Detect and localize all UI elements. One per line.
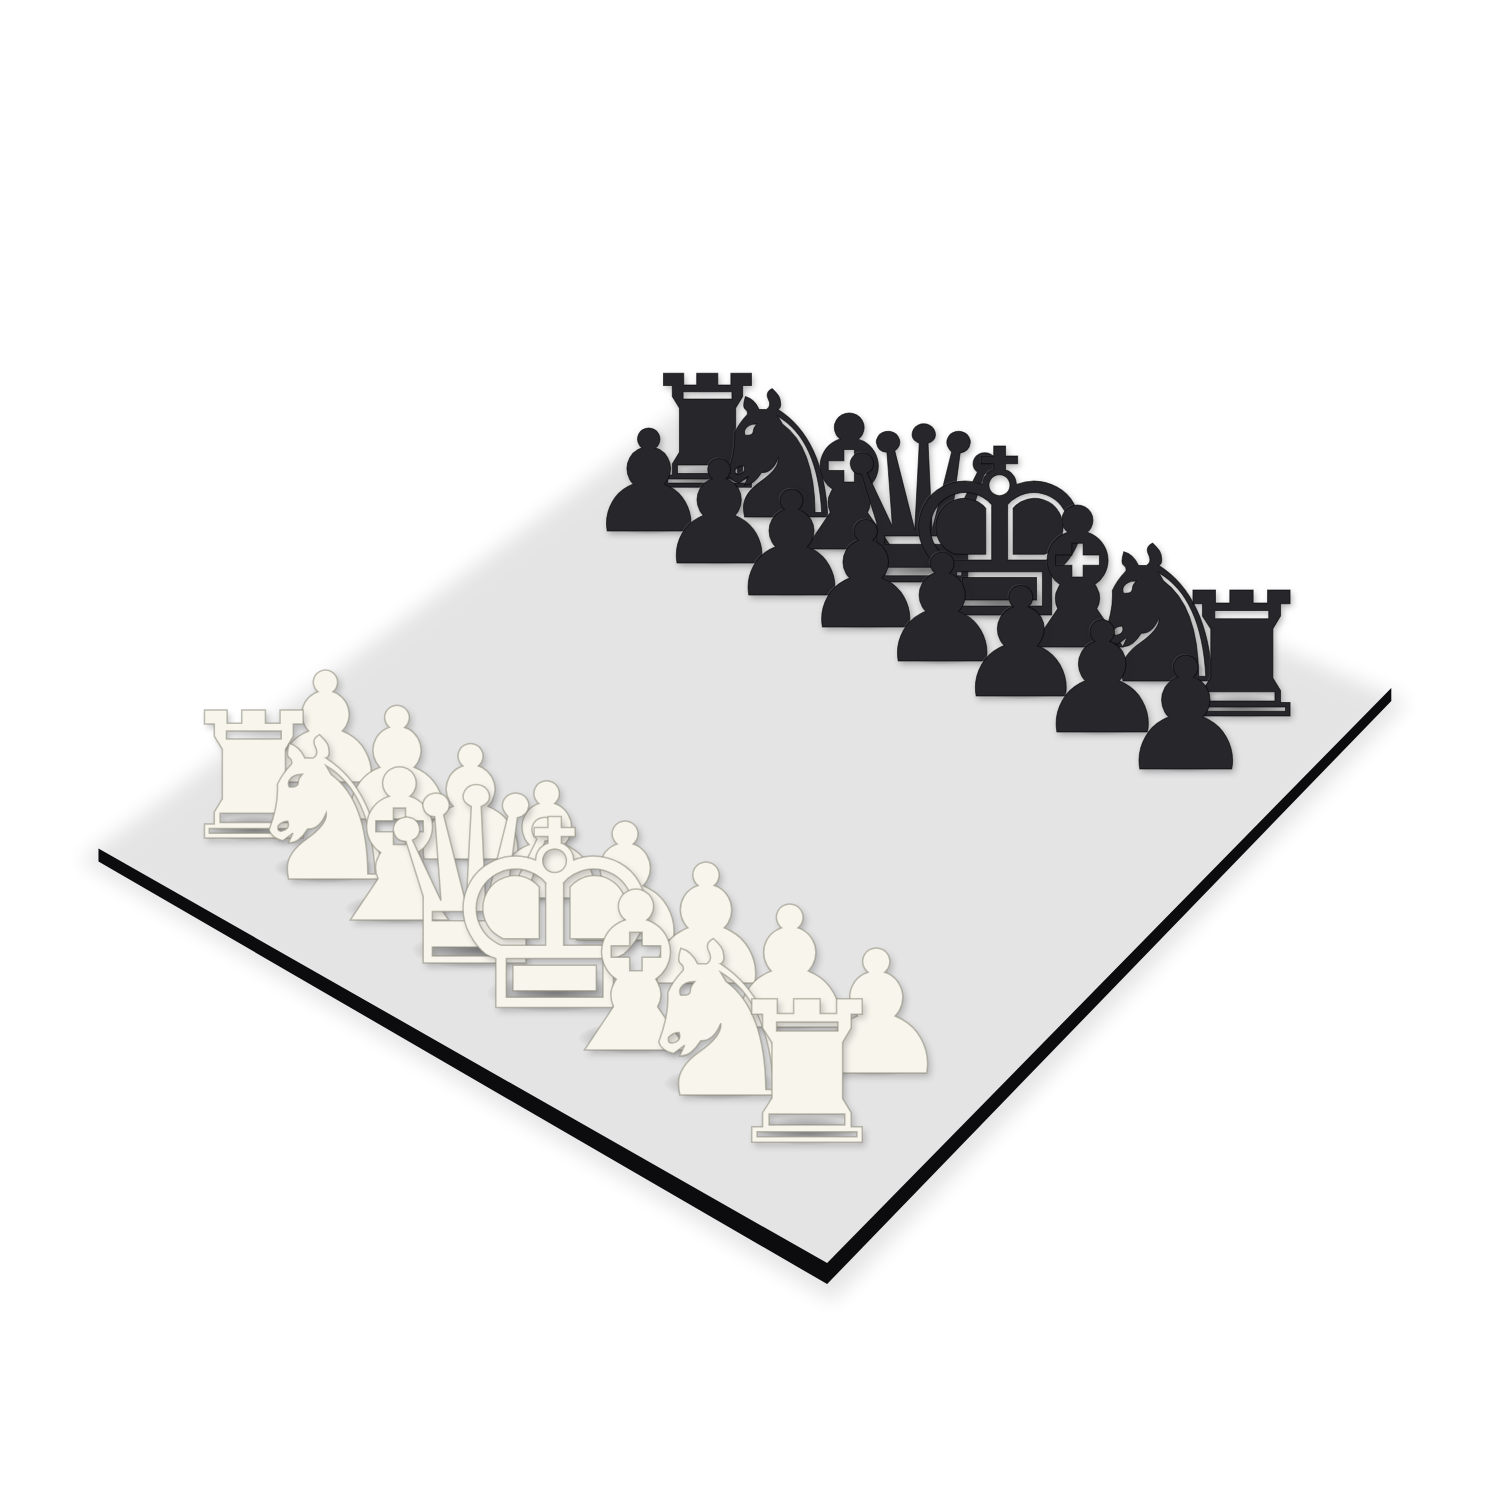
board-underlay (0, 0, 1500, 1500)
board-drop-shadow (80, 400, 1407, 1301)
product-photo-page: ABCDEFGH12345678 ♜♞♝♛♚♝♞♜♟♟♟♟♟♟♟♟♟♟♟♟♟♟♟… (0, 0, 1500, 1500)
